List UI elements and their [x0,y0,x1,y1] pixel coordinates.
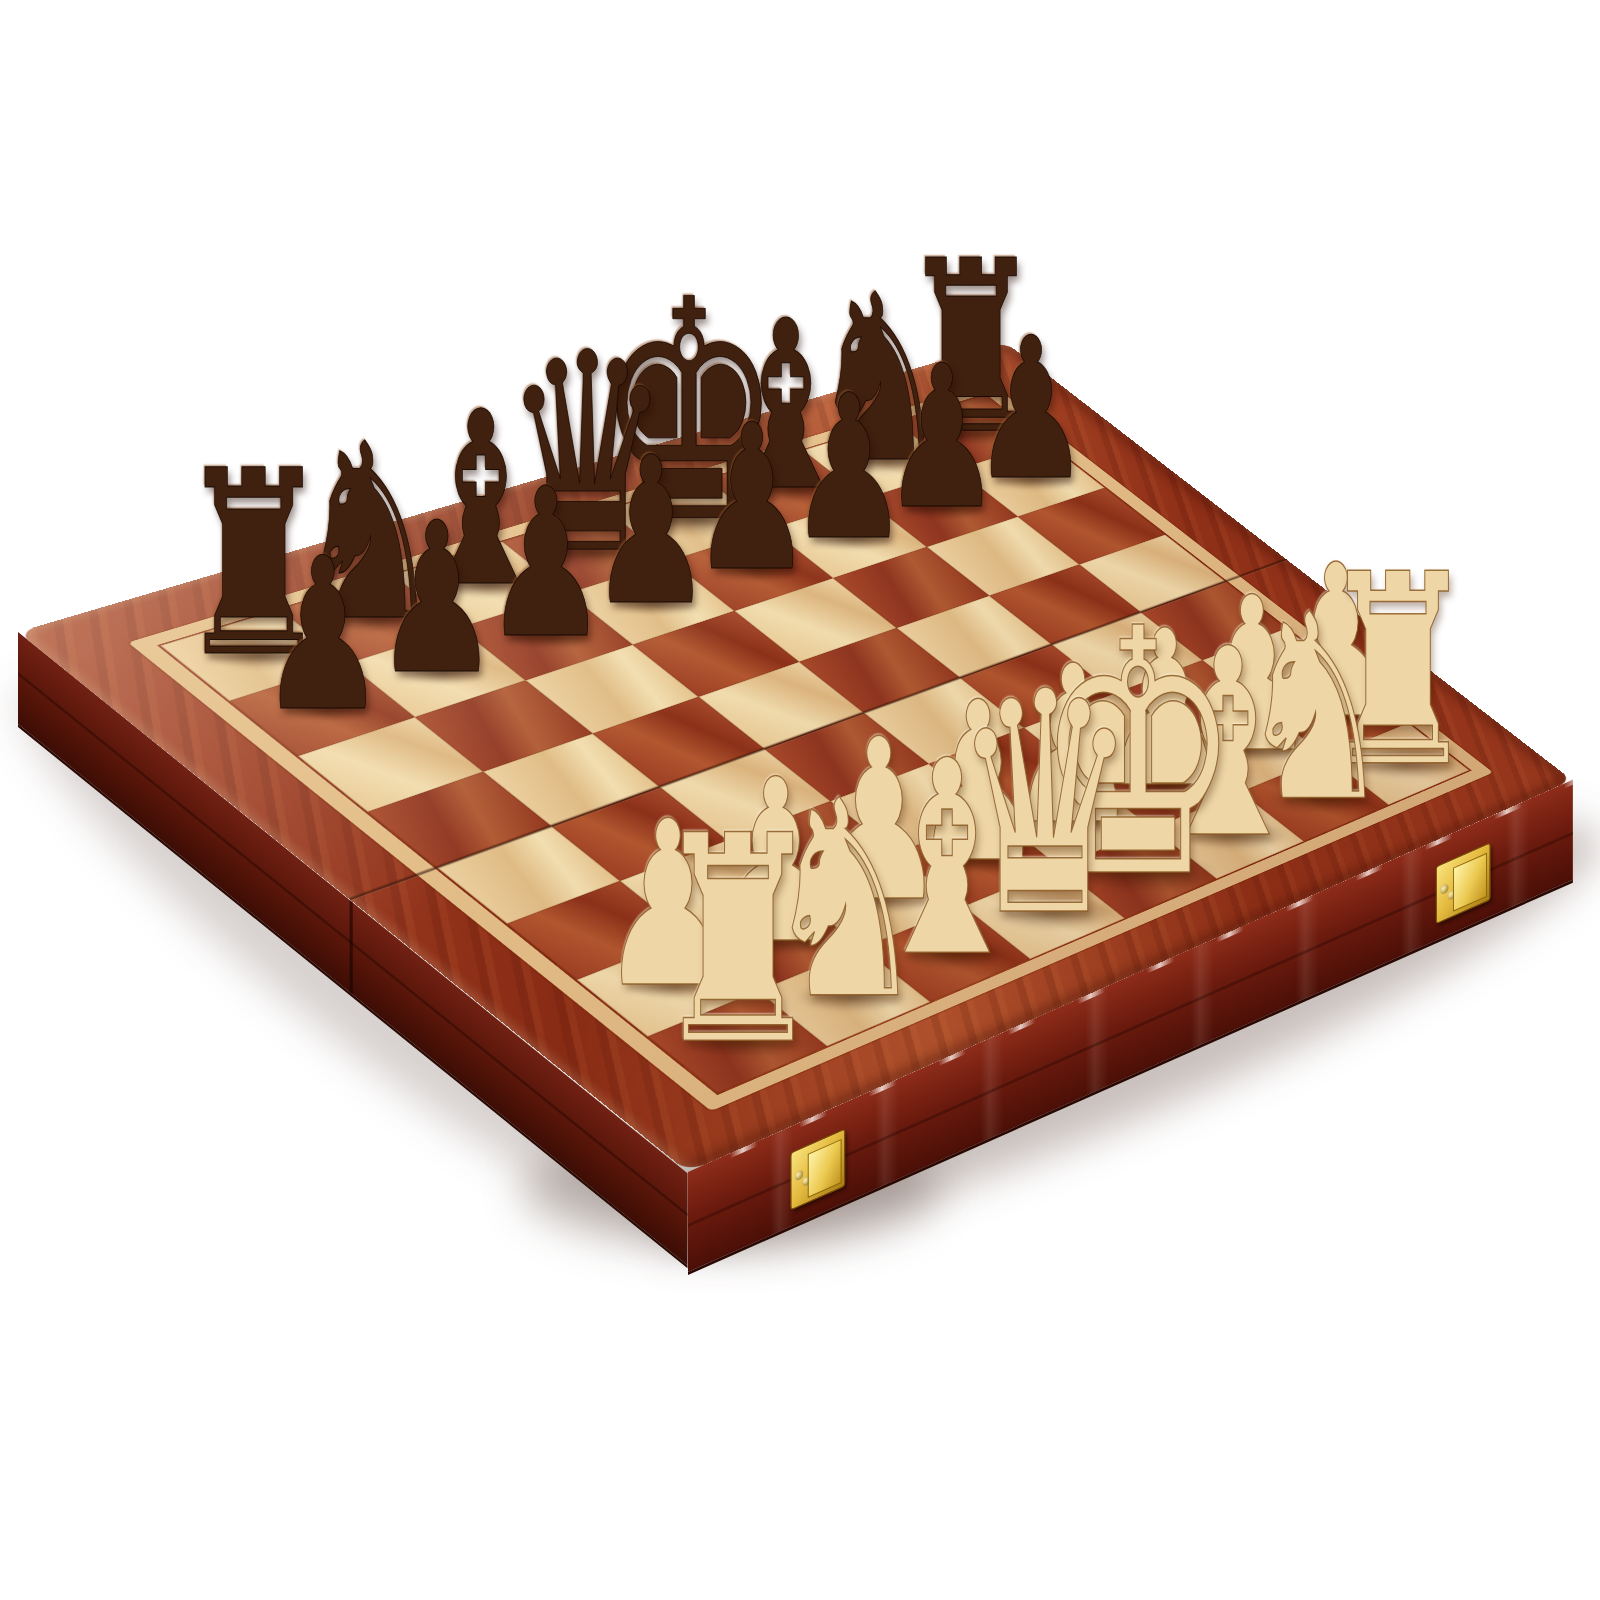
chess-set-photo: ♜♞♟♝♟♚♟♛♟♝♟♞♟♜♟♟♟♟♜♟♞♟♝♟♚♟♛♟♝♟♞♜ [0,0,1600,1600]
pieces-layer: ♜♞♟♝♟♚♟♛♟♝♟♞♟♜♟♟♟♟♜♟♞♟♝♟♚♟♛♟♝♟♞♜ [0,0,1600,1600]
piece-glyph: ♟ [374,495,501,703]
piece-glyph: ♟ [259,530,387,740]
piece-glyph: ♟ [484,461,609,667]
piece-glyph: ♜ [651,799,825,1085]
